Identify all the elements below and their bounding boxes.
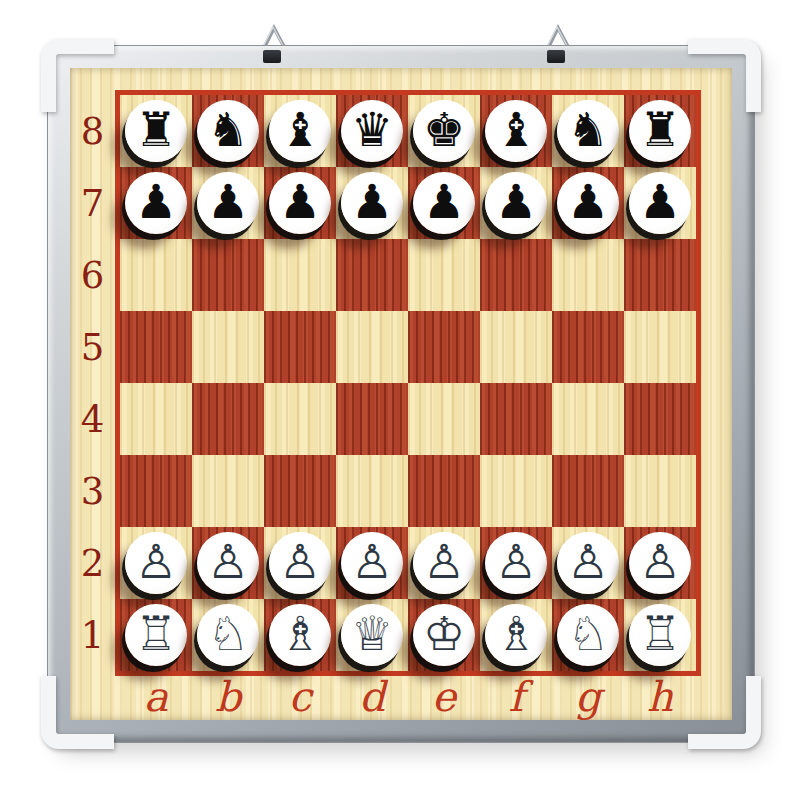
- piece-disc-white-pawn-f2: ♙: [485, 532, 547, 594]
- black-pawn-glyph: ♟: [423, 178, 465, 225]
- hook-clamp-left-icon: [263, 50, 281, 63]
- piece-disc-black-pawn-g7: ♟: [557, 172, 619, 234]
- piece-disc-black-rook-h8: ♜: [629, 100, 691, 162]
- piece-disc-black-pawn-b7: ♟: [197, 172, 259, 234]
- square-g5: [552, 311, 624, 383]
- square-f1: ♗: [480, 599, 552, 671]
- square-e2: ♙: [408, 527, 480, 599]
- piece-disc-black-pawn-f7: ♟: [485, 172, 547, 234]
- square-a4: [120, 383, 192, 455]
- piece-disc-white-rook-a1: ♖: [125, 604, 187, 666]
- square-a2: ♙: [120, 527, 192, 599]
- square-d2: ♙: [336, 527, 408, 599]
- square-b1: ♘: [192, 599, 264, 671]
- square-d8: ♛: [336, 95, 408, 167]
- square-a3: [120, 455, 192, 527]
- square-g4: [552, 383, 624, 455]
- black-king-glyph: ♚: [423, 106, 465, 153]
- piece-disc-white-king-e1: ♔: [413, 604, 475, 666]
- piece-disc-black-pawn-e7: ♟: [413, 172, 475, 234]
- square-f6: [480, 239, 552, 311]
- rank-label-6: 6: [70, 239, 115, 311]
- wood-surface: 87654321 ♜♞♝♛♚♝♞♜♟♟♟♟♟♟♟♟♙♙♙♙♙♙♙♙♖♘♗♕♔♗♘…: [70, 68, 732, 720]
- square-f7: ♟: [480, 167, 552, 239]
- square-c4: [264, 383, 336, 455]
- corner-cap-top-left: [41, 39, 114, 112]
- black-queen-glyph: ♛: [351, 106, 393, 153]
- square-h7: ♟: [624, 167, 696, 239]
- piece-disc-black-rook-a8: ♜: [125, 100, 187, 162]
- square-c5: [264, 311, 336, 383]
- square-a5: [120, 311, 192, 383]
- piece-disc-white-pawn-e2: ♙: [413, 532, 475, 594]
- rank-label-1: 1: [70, 599, 115, 671]
- corner-cap-top-right: [688, 39, 761, 112]
- square-h3: [624, 455, 696, 527]
- piece-disc-white-bishop-f1: ♗: [485, 604, 547, 666]
- black-pawn-glyph: ♟: [279, 178, 321, 225]
- square-d3: [336, 455, 408, 527]
- hook-clamp-right-icon: [547, 50, 565, 63]
- piece-disc-black-bishop-f8: ♝: [485, 100, 547, 162]
- black-pawn-glyph: ♟: [495, 178, 537, 225]
- square-b7: ♟: [192, 167, 264, 239]
- square-f2: ♙: [480, 527, 552, 599]
- square-e3: [408, 455, 480, 527]
- piece-disc-black-king-e8: ♚: [413, 100, 475, 162]
- square-e6: [408, 239, 480, 311]
- square-h6: [624, 239, 696, 311]
- black-bishop-glyph: ♝: [495, 106, 537, 153]
- white-queen-glyph: ♕: [351, 610, 393, 657]
- square-e8: ♚: [408, 95, 480, 167]
- piece-disc-white-knight-g1: ♘: [557, 604, 619, 666]
- square-a8: ♜: [120, 95, 192, 167]
- black-rook-glyph: ♜: [135, 106, 177, 153]
- square-b3: [192, 455, 264, 527]
- square-g2: ♙: [552, 527, 624, 599]
- piece-disc-black-pawn-d7: ♟: [341, 172, 403, 234]
- file-label-e: e: [408, 676, 480, 718]
- white-king-glyph: ♔: [423, 610, 465, 657]
- square-d1: ♕: [336, 599, 408, 671]
- white-rook-glyph: ♖: [639, 610, 681, 657]
- aluminum-frame: 87654321 ♜♞♝♛♚♝♞♜♟♟♟♟♟♟♟♟♙♙♙♙♙♙♙♙♖♘♗♕♔♗♘…: [48, 46, 754, 742]
- file-label-a: a: [120, 676, 192, 718]
- square-c7: ♟: [264, 167, 336, 239]
- board-border: ♜♞♝♛♚♝♞♜♟♟♟♟♟♟♟♟♙♙♙♙♙♙♙♙♖♘♗♕♔♗♘♖: [115, 90, 701, 676]
- white-pawn-glyph: ♙: [135, 538, 177, 585]
- file-label-h: h: [624, 676, 696, 718]
- square-e1: ♔: [408, 599, 480, 671]
- white-bishop-glyph: ♗: [279, 610, 321, 657]
- square-g6: [552, 239, 624, 311]
- piece-disc-black-knight-b8: ♞: [197, 100, 259, 162]
- white-rook-glyph: ♖: [135, 610, 177, 657]
- square-h1: ♖: [624, 599, 696, 671]
- black-pawn-glyph: ♟: [207, 178, 249, 225]
- white-pawn-glyph: ♙: [495, 538, 537, 585]
- square-f5: [480, 311, 552, 383]
- white-knight-glyph: ♘: [567, 610, 609, 657]
- square-d6: [336, 239, 408, 311]
- rank-label-2: 2: [70, 527, 115, 599]
- demo-chessboard-photo: 87654321 ♜♞♝♛♚♝♞♜♟♟♟♟♟♟♟♟♙♙♙♙♙♙♙♙♖♘♗♕♔♗♘…: [0, 0, 800, 800]
- black-pawn-glyph: ♟: [135, 178, 177, 225]
- square-f3: [480, 455, 552, 527]
- square-c1: ♗: [264, 599, 336, 671]
- white-pawn-glyph: ♙: [279, 538, 321, 585]
- square-c2: ♙: [264, 527, 336, 599]
- black-knight-glyph: ♞: [567, 106, 609, 153]
- black-bishop-glyph: ♝: [279, 106, 321, 153]
- rank-label-7: 7: [70, 167, 115, 239]
- square-g8: ♞: [552, 95, 624, 167]
- square-d4: [336, 383, 408, 455]
- white-pawn-glyph: ♙: [351, 538, 393, 585]
- black-rook-glyph: ♜: [639, 106, 681, 153]
- piece-disc-black-pawn-a7: ♟: [125, 172, 187, 234]
- piece-disc-white-pawn-b2: ♙: [197, 532, 259, 594]
- piece-disc-white-bishop-c1: ♗: [269, 604, 331, 666]
- square-h5: [624, 311, 696, 383]
- file-label-c: c: [264, 676, 336, 718]
- square-a1: ♖: [120, 599, 192, 671]
- piece-disc-white-pawn-d2: ♙: [341, 532, 403, 594]
- chess-board-grid: ♜♞♝♛♚♝♞♜♟♟♟♟♟♟♟♟♙♙♙♙♙♙♙♙♖♘♗♕♔♗♘♖: [120, 95, 696, 671]
- square-h2: ♙: [624, 527, 696, 599]
- square-d7: ♟: [336, 167, 408, 239]
- white-pawn-glyph: ♙: [567, 538, 609, 585]
- square-a7: ♟: [120, 167, 192, 239]
- file-label-d: d: [336, 676, 408, 718]
- square-h4: [624, 383, 696, 455]
- rank-labels: 87654321: [70, 95, 115, 671]
- white-pawn-glyph: ♙: [207, 538, 249, 585]
- white-knight-glyph: ♘: [207, 610, 249, 657]
- square-b4: [192, 383, 264, 455]
- white-bishop-glyph: ♗: [495, 610, 537, 657]
- square-b5: [192, 311, 264, 383]
- black-pawn-glyph: ♟: [567, 178, 609, 225]
- square-c3: [264, 455, 336, 527]
- file-label-g: g: [552, 676, 624, 718]
- square-g7: ♟: [552, 167, 624, 239]
- piece-disc-black-pawn-c7: ♟: [269, 172, 331, 234]
- file-labels: abcdefgh: [120, 676, 696, 718]
- square-g3: [552, 455, 624, 527]
- square-e5: [408, 311, 480, 383]
- piece-disc-black-queen-d8: ♛: [341, 100, 403, 162]
- square-c6: [264, 239, 336, 311]
- piece-disc-white-rook-h1: ♖: [629, 604, 691, 666]
- piece-disc-white-pawn-h2: ♙: [629, 532, 691, 594]
- black-pawn-glyph: ♟: [351, 178, 393, 225]
- square-b6: [192, 239, 264, 311]
- square-g1: ♘: [552, 599, 624, 671]
- file-label-b: b: [192, 676, 264, 718]
- square-f4: [480, 383, 552, 455]
- white-pawn-glyph: ♙: [639, 538, 681, 585]
- piece-disc-white-knight-b1: ♘: [197, 604, 259, 666]
- black-pawn-glyph: ♟: [639, 178, 681, 225]
- square-h8: ♜: [624, 95, 696, 167]
- square-c8: ♝: [264, 95, 336, 167]
- rank-label-5: 5: [70, 311, 115, 383]
- piece-disc-white-pawn-c2: ♙: [269, 532, 331, 594]
- white-pawn-glyph: ♙: [423, 538, 465, 585]
- corner-cap-bottom-right: [688, 676, 761, 749]
- square-d5: [336, 311, 408, 383]
- rank-label-3: 3: [70, 455, 115, 527]
- square-b2: ♙: [192, 527, 264, 599]
- corner-cap-bottom-left: [41, 676, 114, 749]
- square-f8: ♝: [480, 95, 552, 167]
- square-e4: [408, 383, 480, 455]
- file-label-f: f: [480, 676, 552, 718]
- black-knight-glyph: ♞: [207, 106, 249, 153]
- piece-disc-white-pawn-g2: ♙: [557, 532, 619, 594]
- square-b8: ♞: [192, 95, 264, 167]
- piece-disc-black-pawn-h7: ♟: [629, 172, 691, 234]
- piece-disc-black-bishop-c8: ♝: [269, 100, 331, 162]
- rank-label-4: 4: [70, 383, 115, 455]
- square-a6: [120, 239, 192, 311]
- piece-disc-white-pawn-a2: ♙: [125, 532, 187, 594]
- piece-disc-black-knight-g8: ♞: [557, 100, 619, 162]
- piece-disc-white-queen-d1: ♕: [341, 604, 403, 666]
- square-e7: ♟: [408, 167, 480, 239]
